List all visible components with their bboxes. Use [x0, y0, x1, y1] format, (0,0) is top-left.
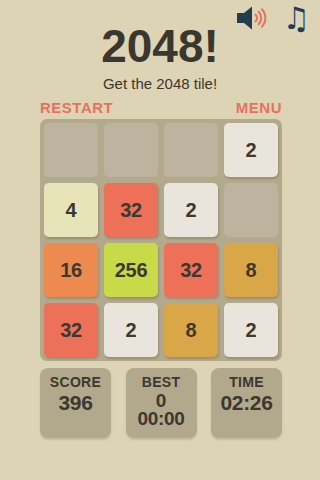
- empty-cell: [104, 123, 158, 177]
- time-label: TIME: [211, 374, 282, 390]
- toolbar: RESTART MENU: [40, 99, 282, 116]
- restart-button[interactable]: RESTART: [40, 99, 113, 116]
- tile-2: 2: [104, 303, 158, 357]
- tile-8: 8: [164, 303, 218, 357]
- empty-cell: [44, 123, 98, 177]
- page-subtitle: Get the 2048 tile!: [0, 75, 320, 92]
- score-panel: SCORE 396: [40, 368, 111, 438]
- tile-2: 2: [224, 303, 278, 357]
- tile-16: 16: [44, 243, 98, 297]
- best-panel: BEST 0 00:00: [126, 368, 197, 438]
- menu-button[interactable]: MENU: [236, 99, 282, 116]
- tile-2: 2: [164, 183, 218, 237]
- empty-cell: [164, 123, 218, 177]
- tile-4: 4: [44, 183, 98, 237]
- empty-cell: [224, 183, 278, 237]
- score-value: 396: [40, 392, 111, 414]
- score-panels: SCORE 396 BEST 0 00:00 TIME 02:26: [40, 368, 282, 438]
- tile-32: 32: [164, 243, 218, 297]
- score-label: SCORE: [40, 374, 111, 390]
- page-title: 2048!: [0, 25, 320, 67]
- best-label: BEST: [126, 374, 197, 390]
- tile-2: 2: [224, 123, 278, 177]
- tile-256: 256: [104, 243, 158, 297]
- tile-32: 32: [104, 183, 158, 237]
- time-value: 02:26: [211, 392, 282, 414]
- tile-8: 8: [224, 243, 278, 297]
- tile-32: 32: [44, 303, 98, 357]
- game-board[interactable]: 243221625632832282: [40, 119, 282, 361]
- time-panel: TIME 02:26: [211, 368, 282, 438]
- best-time-value: 00:00: [126, 410, 197, 428]
